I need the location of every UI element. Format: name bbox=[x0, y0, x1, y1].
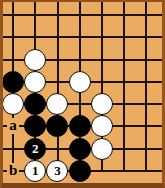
move-number: 2 bbox=[32, 142, 39, 155]
black-stone bbox=[69, 138, 91, 160]
intersection bbox=[135, 137, 157, 159]
intersection bbox=[91, 160, 113, 182]
intersection bbox=[24, 48, 46, 70]
white-stone bbox=[69, 71, 91, 93]
intersection bbox=[91, 137, 113, 159]
intersection bbox=[113, 26, 135, 48]
intersection bbox=[24, 71, 46, 93]
intersection bbox=[113, 115, 135, 137]
intersection bbox=[69, 4, 91, 26]
intersection bbox=[113, 93, 135, 115]
intersection: 1 bbox=[24, 160, 46, 182]
intersection bbox=[91, 4, 113, 26]
intersection bbox=[135, 4, 157, 26]
intersection bbox=[113, 71, 135, 93]
white-stone bbox=[3, 93, 24, 115]
intersection bbox=[69, 26, 91, 48]
intersection bbox=[3, 26, 24, 48]
intersection bbox=[91, 26, 113, 48]
intersection bbox=[135, 160, 157, 182]
intersection bbox=[24, 26, 46, 48]
intersection bbox=[69, 48, 91, 70]
white-stone bbox=[91, 115, 113, 137]
white-stone bbox=[24, 71, 46, 93]
black-stone-move-2: 2 bbox=[24, 138, 46, 160]
intersection bbox=[91, 115, 113, 137]
black-stone bbox=[69, 160, 91, 182]
intersection bbox=[91, 71, 113, 93]
intersection: 2 bbox=[24, 137, 46, 159]
intersection bbox=[69, 137, 91, 159]
intersection bbox=[3, 4, 24, 26]
white-stone bbox=[24, 49, 46, 71]
intersection bbox=[46, 48, 68, 70]
intersection bbox=[113, 160, 135, 182]
intersection bbox=[135, 115, 157, 137]
black-stone bbox=[24, 115, 46, 137]
point-label-b: b bbox=[7, 163, 19, 179]
white-stone bbox=[91, 93, 113, 115]
black-stone bbox=[24, 93, 46, 115]
point-label-a: a bbox=[7, 118, 19, 134]
intersection bbox=[91, 93, 113, 115]
intersection bbox=[24, 93, 46, 115]
intersection bbox=[135, 71, 157, 93]
intersection bbox=[46, 115, 68, 137]
intersection bbox=[135, 48, 157, 70]
intersection bbox=[24, 4, 46, 26]
intersection bbox=[113, 137, 135, 159]
intersection bbox=[3, 71, 24, 93]
move-number: 1 bbox=[32, 164, 39, 177]
intersection bbox=[46, 93, 68, 115]
intersection: 3 bbox=[46, 160, 68, 182]
intersection bbox=[135, 26, 157, 48]
intersection bbox=[3, 93, 24, 115]
white-stone-move-1: 1 bbox=[24, 160, 46, 182]
intersection bbox=[91, 48, 113, 70]
intersection bbox=[69, 71, 91, 93]
intersection bbox=[113, 4, 135, 26]
black-stone bbox=[3, 71, 24, 93]
intersection bbox=[69, 115, 91, 137]
intersection bbox=[24, 115, 46, 137]
intersection bbox=[46, 26, 68, 48]
intersection bbox=[46, 4, 68, 26]
black-stone bbox=[46, 115, 68, 137]
intersection bbox=[69, 93, 91, 115]
white-stone-move-3: 3 bbox=[46, 160, 68, 182]
black-stone bbox=[69, 115, 91, 137]
intersection bbox=[46, 137, 68, 159]
intersection bbox=[3, 137, 24, 159]
go-board-frame: a2b13 bbox=[0, 0, 165, 188]
intersection bbox=[113, 48, 135, 70]
move-number: 3 bbox=[54, 164, 61, 177]
intersection bbox=[46, 71, 68, 93]
board-cells: a2b13 bbox=[3, 4, 157, 182]
intersection bbox=[3, 48, 24, 70]
white-stone bbox=[91, 138, 113, 160]
intersection: b bbox=[3, 160, 24, 182]
intersection bbox=[69, 160, 91, 182]
intersection: a bbox=[3, 115, 24, 137]
intersection bbox=[135, 93, 157, 115]
white-stone bbox=[46, 93, 68, 115]
go-board: a2b13 bbox=[3, 2, 162, 183]
